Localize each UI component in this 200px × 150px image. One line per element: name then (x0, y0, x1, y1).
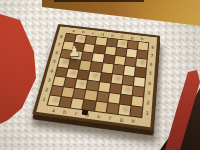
square-f3 (110, 83, 122, 93)
square-d4 (89, 71, 101, 81)
white-pawn: ♟ (68, 44, 81, 58)
square-b3 (64, 78, 76, 88)
square-b1 (59, 97, 72, 108)
square-f4 (111, 74, 122, 84)
square-h2 (131, 96, 143, 107)
square-e3 (98, 82, 110, 92)
square-f6 (114, 56, 125, 65)
board-frame: abcdefgh 87654321 87654321 abcdefgh (32, 24, 160, 131)
square-f8 (117, 40, 128, 49)
square-h4 (134, 77, 145, 87)
square-h5 (135, 67, 146, 77)
square-e2 (96, 91, 108, 101)
photo-chess-board-scene: abcdefgh 87654321 87654321 abcdefgh ♟ (0, 0, 200, 150)
board-border: abcdefgh 87654321 87654321 abcdefgh (36, 26, 157, 127)
square-e8 (106, 38, 117, 46)
board-clasp (82, 110, 89, 116)
square-b4 (67, 68, 79, 78)
square-d3 (87, 80, 99, 90)
square-g5 (124, 66, 135, 76)
square-f7 (115, 48, 126, 57)
square-f1 (106, 103, 118, 114)
square-c3 (76, 79, 88, 89)
square-d2 (85, 90, 97, 100)
square-e4 (100, 72, 112, 82)
square-e6 (103, 55, 114, 64)
square-h3 (133, 86, 144, 96)
file-label: h (127, 116, 139, 125)
square-h6 (136, 59, 147, 68)
square-f2 (108, 93, 120, 104)
square-h1 (130, 106, 142, 117)
square-d5 (91, 62, 102, 71)
square-f5 (113, 65, 124, 74)
square-c5 (80, 61, 92, 70)
square-c8 (85, 36, 96, 44)
square-c1 (71, 98, 84, 109)
chess-board: abcdefgh 87654321 87654321 abcdefgh (45, 16, 157, 128)
square-c6 (82, 52, 93, 61)
square-g3 (121, 85, 133, 95)
square-e7 (105, 46, 116, 55)
square-c4 (78, 70, 90, 80)
square-c7 (84, 44, 95, 53)
square-d7 (94, 45, 105, 54)
square-g4 (122, 75, 133, 85)
square-g7 (126, 49, 137, 58)
square-g2 (120, 94, 132, 105)
square-b2 (62, 87, 74, 97)
square-d8 (96, 37, 107, 45)
square-g6 (125, 57, 136, 66)
square-d6 (92, 54, 103, 63)
square-e1 (95, 101, 107, 112)
square-g1 (118, 104, 130, 115)
square-e5 (102, 63, 113, 72)
square-g8 (127, 41, 138, 50)
square-h7 (137, 50, 148, 59)
square-c2 (73, 88, 85, 98)
chess-squares (47, 33, 150, 118)
square-h8 (138, 42, 148, 51)
